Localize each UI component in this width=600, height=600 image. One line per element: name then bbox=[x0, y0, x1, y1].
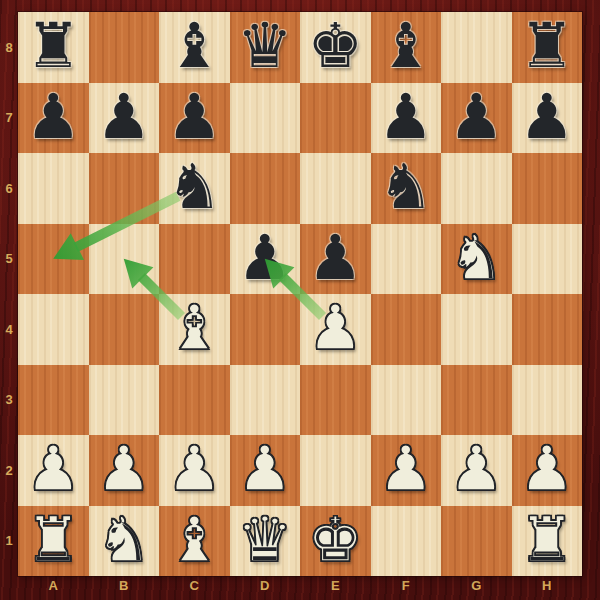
black-pawn: ♟ bbox=[237, 227, 293, 289]
square-f8[interactable]: ♝ bbox=[371, 12, 442, 83]
square-e4[interactable]: ♟ bbox=[300, 294, 371, 365]
square-c2[interactable]: ♟ bbox=[159, 435, 230, 506]
square-a7[interactable]: ♟ bbox=[18, 83, 89, 154]
square-e1[interactable]: ♚ bbox=[300, 506, 371, 577]
square-g5[interactable]: ♞ bbox=[441, 224, 512, 295]
square-e6[interactable] bbox=[300, 153, 371, 224]
black-pawn: ♟ bbox=[378, 86, 434, 148]
black-pawn: ♟ bbox=[519, 86, 575, 148]
white-rook: ♜ bbox=[519, 509, 575, 571]
square-d5[interactable]: ♟ bbox=[230, 224, 301, 295]
square-g8[interactable] bbox=[441, 12, 512, 83]
square-g6[interactable] bbox=[441, 153, 512, 224]
square-d8[interactable]: ♛ bbox=[230, 12, 301, 83]
file-label-G: G bbox=[441, 578, 512, 598]
square-f7[interactable]: ♟ bbox=[371, 83, 442, 154]
white-pawn: ♟ bbox=[25, 438, 81, 500]
file-label-D: D bbox=[230, 578, 301, 598]
rank-label-1: 1 bbox=[0, 506, 18, 577]
black-knight: ♞ bbox=[378, 156, 434, 218]
chess-board: ♜♝♛♚♝♜♟♟♟♟♟♟♞♞♟♟♞♝♟♟♟♟♟♟♟♟♜♞♝♛♚♜ bbox=[18, 12, 582, 576]
square-c6[interactable]: ♞ bbox=[159, 153, 230, 224]
square-d6[interactable] bbox=[230, 153, 301, 224]
black-pawn: ♟ bbox=[448, 86, 504, 148]
file-label-C: C bbox=[159, 578, 230, 598]
square-g2[interactable]: ♟ bbox=[441, 435, 512, 506]
white-rook: ♜ bbox=[25, 509, 81, 571]
file-label-A: A bbox=[18, 578, 89, 598]
square-f3[interactable] bbox=[371, 365, 442, 436]
square-e7[interactable] bbox=[300, 83, 371, 154]
square-b1[interactable]: ♞ bbox=[89, 506, 160, 577]
black-pawn: ♟ bbox=[307, 227, 363, 289]
square-b3[interactable] bbox=[89, 365, 160, 436]
square-g4[interactable] bbox=[441, 294, 512, 365]
square-c3[interactable] bbox=[159, 365, 230, 436]
square-h7[interactable]: ♟ bbox=[512, 83, 583, 154]
square-h1[interactable]: ♜ bbox=[512, 506, 583, 577]
square-e2[interactable] bbox=[300, 435, 371, 506]
square-d4[interactable] bbox=[230, 294, 301, 365]
square-a4[interactable] bbox=[18, 294, 89, 365]
square-a8[interactable]: ♜ bbox=[18, 12, 89, 83]
square-d3[interactable] bbox=[230, 365, 301, 436]
square-b6[interactable] bbox=[89, 153, 160, 224]
square-h3[interactable] bbox=[512, 365, 583, 436]
white-pawn: ♟ bbox=[166, 438, 222, 500]
square-d1[interactable]: ♛ bbox=[230, 506, 301, 577]
square-b8[interactable] bbox=[89, 12, 160, 83]
square-h4[interactable] bbox=[512, 294, 583, 365]
square-b5[interactable] bbox=[89, 224, 160, 295]
file-label-B: B bbox=[89, 578, 160, 598]
square-f2[interactable]: ♟ bbox=[371, 435, 442, 506]
white-bishop: ♝ bbox=[166, 509, 222, 571]
rank-label-8: 8 bbox=[0, 12, 18, 83]
white-queen: ♛ bbox=[237, 509, 293, 571]
white-knight: ♞ bbox=[448, 227, 504, 289]
rank-label-5: 5 bbox=[0, 224, 18, 295]
square-f5[interactable] bbox=[371, 224, 442, 295]
black-bishop: ♝ bbox=[378, 15, 434, 77]
white-pawn: ♟ bbox=[378, 438, 434, 500]
black-bishop: ♝ bbox=[166, 15, 222, 77]
square-b4[interactable] bbox=[89, 294, 160, 365]
square-h2[interactable]: ♟ bbox=[512, 435, 583, 506]
rank-label-6: 6 bbox=[0, 153, 18, 224]
square-c1[interactable]: ♝ bbox=[159, 506, 230, 577]
black-queen: ♛ bbox=[237, 15, 293, 77]
square-b7[interactable]: ♟ bbox=[89, 83, 160, 154]
white-pawn: ♟ bbox=[519, 438, 575, 500]
black-rook: ♜ bbox=[519, 15, 575, 77]
square-a1[interactable]: ♜ bbox=[18, 506, 89, 577]
black-king: ♚ bbox=[307, 15, 363, 77]
file-label-E: E bbox=[300, 578, 371, 598]
square-a3[interactable] bbox=[18, 365, 89, 436]
black-rook: ♜ bbox=[25, 15, 81, 77]
rank-label-4: 4 bbox=[0, 294, 18, 365]
square-h6[interactable] bbox=[512, 153, 583, 224]
square-h8[interactable]: ♜ bbox=[512, 12, 583, 83]
square-f6[interactable]: ♞ bbox=[371, 153, 442, 224]
rank-label-2: 2 bbox=[0, 435, 18, 506]
square-d2[interactable]: ♟ bbox=[230, 435, 301, 506]
square-a5[interactable] bbox=[18, 224, 89, 295]
black-knight: ♞ bbox=[166, 156, 222, 218]
file-labels: ABCDEFGH bbox=[18, 576, 582, 600]
square-c7[interactable]: ♟ bbox=[159, 83, 230, 154]
square-c8[interactable]: ♝ bbox=[159, 12, 230, 83]
square-g7[interactable]: ♟ bbox=[441, 83, 512, 154]
white-bishop: ♝ bbox=[166, 297, 222, 359]
white-knight: ♞ bbox=[96, 509, 152, 571]
square-h5[interactable] bbox=[512, 224, 583, 295]
rank-label-3: 3 bbox=[0, 365, 18, 436]
square-e8[interactable]: ♚ bbox=[300, 12, 371, 83]
file-label-F: F bbox=[371, 578, 442, 598]
square-a2[interactable]: ♟ bbox=[18, 435, 89, 506]
file-label-H: H bbox=[512, 578, 583, 598]
square-g1[interactable] bbox=[441, 506, 512, 577]
square-b2[interactable]: ♟ bbox=[89, 435, 160, 506]
white-king: ♚ bbox=[307, 509, 363, 571]
white-pawn: ♟ bbox=[307, 297, 363, 359]
black-pawn: ♟ bbox=[166, 86, 222, 148]
board-frame: 87654321 ABCDEFGH ♜♝♛♚♝♜♟♟♟♟♟♟♞♞♟♟♞♝♟♟♟♟… bbox=[0, 0, 600, 600]
square-e5[interactable]: ♟ bbox=[300, 224, 371, 295]
square-c5[interactable] bbox=[159, 224, 230, 295]
white-pawn: ♟ bbox=[448, 438, 504, 500]
rank-label-7: 7 bbox=[0, 83, 18, 154]
white-pawn: ♟ bbox=[237, 438, 293, 500]
square-g3[interactable] bbox=[441, 365, 512, 436]
square-f1[interactable] bbox=[371, 506, 442, 577]
white-pawn: ♟ bbox=[96, 438, 152, 500]
square-a6[interactable] bbox=[18, 153, 89, 224]
square-f4[interactable] bbox=[371, 294, 442, 365]
square-e3[interactable] bbox=[300, 365, 371, 436]
rank-labels: 87654321 bbox=[0, 12, 18, 576]
black-pawn: ♟ bbox=[96, 86, 152, 148]
square-c4[interactable]: ♝ bbox=[159, 294, 230, 365]
square-d7[interactable] bbox=[230, 83, 301, 154]
black-pawn: ♟ bbox=[25, 86, 81, 148]
